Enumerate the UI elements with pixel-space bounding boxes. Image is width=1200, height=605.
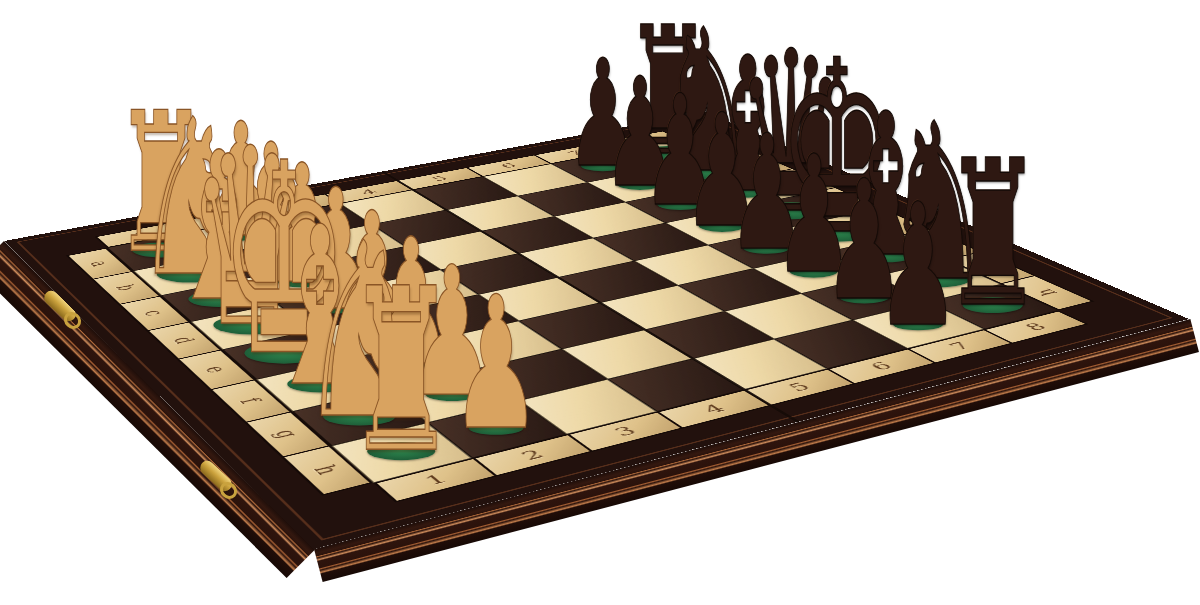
piece-white-rook-h1[interactable]: ♜ (345, 284, 456, 460)
chess-set-photo: 1234567812345678abcdefghabcdefgh ♜♞♝♛♚♝♞… (0, 0, 1200, 605)
piece-black-pawn-h7[interactable]: ♟ (876, 200, 959, 332)
piece-white-pawn-h2[interactable]: ♟ (451, 293, 541, 436)
